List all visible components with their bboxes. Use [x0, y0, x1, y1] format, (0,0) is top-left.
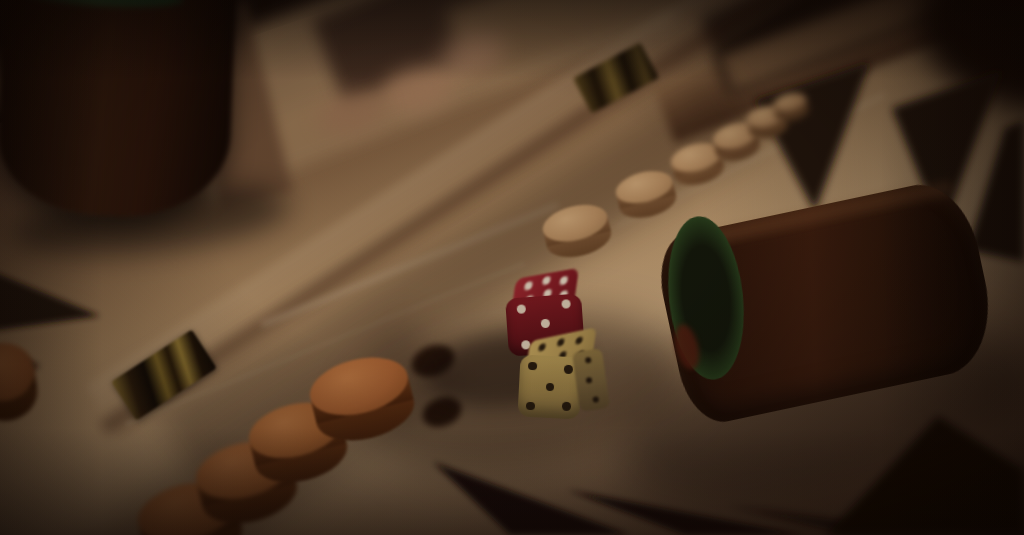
yellow-die-right-face-pip: [585, 356, 592, 363]
red-die-top-face-pip: [524, 281, 533, 291]
yellow-die-top-face-pip: [575, 336, 583, 345]
yellow-die-front-face-pip: [564, 365, 573, 374]
yellow-die-front-face-pip: [562, 402, 571, 411]
yellow-die-top-face-pip: [538, 343, 546, 352]
backgammon-board-photo: [0, 0, 1024, 535]
yellow-die-front-face-pip: [546, 383, 555, 392]
yellow-die-top-face-pip: [557, 337, 565, 346]
standing-cup-body: [0, 0, 236, 220]
red-die-front-face-pip: [516, 304, 526, 314]
red-die-front-face-pip: [540, 319, 550, 329]
yellow-die-right-face-pip: [592, 397, 599, 404]
left-dark-point: [0, 262, 100, 334]
red-die-top-face-pip: [542, 276, 551, 286]
red-die-front-face-pip: [561, 299, 571, 309]
red-die-top-face-pip: [559, 275, 568, 285]
yellow-die-front-face-pip: [526, 401, 535, 410]
yellow-die-front-face-pip: [528, 362, 537, 371]
yellow-die-right-face-pip: [585, 377, 592, 384]
